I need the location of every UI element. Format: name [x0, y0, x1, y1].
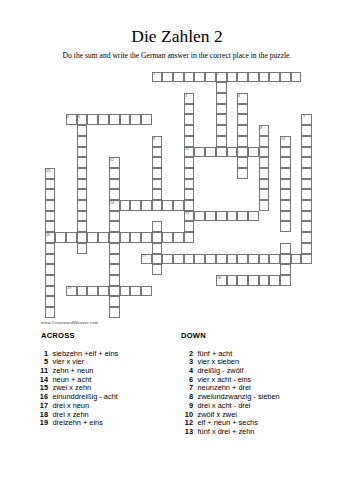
- grid-cell[interactable]: [259, 254, 270, 265]
- grid-cell[interactable]: [269, 275, 280, 286]
- clue-text: neunzehn + drei: [198, 383, 251, 392]
- grid-cell[interactable]: [280, 243, 291, 254]
- grid-cell[interactable]: [248, 72, 259, 83]
- grid-cell[interactable]: [301, 157, 312, 168]
- clue-text: zwölf x zwei: [198, 410, 237, 419]
- clue-text: zweiundzwanzig - sieben: [198, 392, 280, 401]
- grid-cell[interactable]: [227, 147, 238, 158]
- grid-clue-number: 3: [185, 94, 187, 98]
- grid-cell[interactable]: [227, 72, 238, 83]
- clue-text: drei x zehn: [53, 410, 89, 419]
- grid-cell[interactable]: [152, 168, 163, 179]
- grid-cell[interactable]: [109, 264, 120, 275]
- grid-cell[interactable]: [45, 254, 56, 265]
- grid-cell[interactable]: [259, 136, 270, 147]
- grid-cell[interactable]: [184, 179, 195, 190]
- grid-cell[interactable]: [280, 200, 291, 211]
- grid-cell[interactable]: [152, 264, 163, 275]
- grid-cell[interactable]: [301, 189, 312, 200]
- grid-cell[interactable]: [109, 168, 120, 179]
- clue-text: dreizehn + eins: [53, 418, 103, 427]
- grid-cell[interactable]: [184, 104, 195, 115]
- grid-cell[interactable]: [301, 254, 312, 265]
- grid-clue-number: 2: [217, 72, 219, 76]
- grid-cell[interactable]: [216, 104, 227, 115]
- grid-cell[interactable]: [109, 179, 120, 190]
- grid-cell[interactable]: [152, 200, 163, 211]
- grid-cell[interactable]: [130, 200, 141, 211]
- grid-cell[interactable]: [184, 114, 195, 125]
- grid-cell[interactable]: [109, 189, 120, 200]
- grid-cell[interactable]: [227, 254, 238, 265]
- grid-cell[interactable]: [109, 286, 120, 297]
- grid-clue-number: 16: [46, 233, 50, 237]
- grid-cell[interactable]: [109, 221, 120, 232]
- grid-cell[interactable]: [205, 147, 216, 158]
- grid-cell[interactable]: [280, 157, 291, 168]
- grid-clue-number: 19: [67, 286, 71, 290]
- grid-cell[interactable]: [248, 254, 259, 265]
- grid-cell[interactable]: [109, 211, 120, 222]
- grid-cell[interactable]: [120, 232, 131, 243]
- grid-cell[interactable]: [216, 125, 227, 136]
- clue-text: neun + acht: [53, 375, 92, 384]
- clue-text: vier x acht - eins: [198, 375, 252, 384]
- grid-cell[interactable]: [109, 307, 120, 318]
- grid-cell[interactable]: [152, 232, 163, 243]
- grid-cell[interactable]: [205, 254, 216, 265]
- grid-cell[interactable]: [162, 72, 173, 83]
- grid-cell[interactable]: [259, 189, 270, 200]
- grid-cell[interactable]: [227, 275, 238, 286]
- grid-cell[interactable]: [216, 82, 227, 93]
- grid-cell[interactable]: [152, 254, 163, 265]
- grid-cell[interactable]: [291, 254, 302, 265]
- grid-clue-number: 9: [153, 137, 155, 141]
- grid-cell[interactable]: [162, 200, 173, 211]
- down-clue-list: 2fünf + acht3vier x sieben4dreißig - zwö…: [176, 350, 280, 437]
- grid-cell[interactable]: [45, 264, 56, 275]
- grid-cell[interactable]: [237, 125, 248, 136]
- grid-cell[interactable]: [280, 254, 291, 265]
- grid-cell[interactable]: [184, 254, 195, 265]
- grid-cell[interactable]: [45, 221, 56, 232]
- grid-cell[interactable]: [45, 200, 56, 211]
- grid-cell[interactable]: [184, 136, 195, 147]
- grid-cell[interactable]: [301, 168, 312, 179]
- grid-cell[interactable]: [248, 275, 259, 286]
- grid-cell[interactable]: [77, 221, 88, 232]
- grid-cell[interactable]: [259, 168, 270, 179]
- grid-cell[interactable]: [173, 232, 184, 243]
- page-subtitle: Do the sum and write the German answer i…: [0, 51, 354, 60]
- grid-cell[interactable]: [237, 157, 248, 168]
- grid-cell[interactable]: [301, 147, 312, 158]
- grid-cell[interactable]: [77, 243, 88, 254]
- grid-clue-number: 12: [110, 158, 114, 162]
- clue-text: elf + neun + sechs: [198, 418, 258, 427]
- grid-cell[interactable]: [237, 72, 248, 83]
- grid-cell[interactable]: [227, 211, 238, 222]
- grid-cell[interactable]: [184, 157, 195, 168]
- grid-cell[interactable]: [280, 179, 291, 190]
- grid-cell[interactable]: [259, 200, 270, 211]
- grid-cell[interactable]: [98, 232, 109, 243]
- grid-cell[interactable]: [45, 243, 56, 254]
- grid-cell[interactable]: [301, 243, 312, 254]
- grid-cell[interactable]: [184, 200, 195, 211]
- grid-cell[interactable]: [109, 296, 120, 307]
- grid-cell[interactable]: [77, 136, 88, 147]
- grid-cell[interactable]: [77, 211, 88, 222]
- grid-cell[interactable]: [280, 189, 291, 200]
- grid-cell[interactable]: [45, 179, 56, 190]
- grid-cell[interactable]: [87, 114, 98, 125]
- grid-cell[interactable]: [269, 72, 280, 83]
- clue-text: fünf x drei + zehn: [198, 427, 255, 436]
- clue-text: dreißig - zwölf: [198, 366, 244, 375]
- grid-cell[interactable]: [109, 254, 120, 265]
- grid-cell[interactable]: [152, 147, 163, 158]
- grid-cell[interactable]: [45, 286, 56, 297]
- grid-clue-number: 7: [303, 115, 305, 119]
- grid-cell[interactable]: [130, 114, 141, 125]
- grid-cell[interactable]: [77, 168, 88, 179]
- grid-cell[interactable]: [280, 168, 291, 179]
- grid-cell[interactable]: [98, 114, 109, 125]
- grid-cell[interactable]: [120, 286, 131, 297]
- grid-cell[interactable]: [205, 211, 216, 222]
- grid-clue-number: 11: [185, 147, 189, 151]
- grid-cell[interactable]: [216, 93, 227, 104]
- grid-cell[interactable]: [152, 221, 163, 232]
- clue-text: zehn + neun: [53, 366, 94, 375]
- grid-cell[interactable]: [77, 232, 88, 243]
- grid-cell[interactable]: [109, 232, 120, 243]
- grid-cell[interactable]: [77, 286, 88, 297]
- grid-cell[interactable]: [66, 232, 77, 243]
- grid-cell[interactable]: [259, 147, 270, 158]
- grid-cell[interactable]: [216, 114, 227, 125]
- grid-cell[interactable]: [184, 221, 195, 232]
- grid-cell[interactable]: [109, 114, 120, 125]
- across-header: ACROSS: [41, 331, 75, 340]
- grid-cell[interactable]: [152, 189, 163, 200]
- grid-clue-number: 10: [281, 137, 285, 141]
- grid-cell[interactable]: [77, 189, 88, 200]
- grid-cell[interactable]: [152, 243, 163, 254]
- grid-cell[interactable]: [301, 232, 312, 243]
- grid-cell[interactable]: [87, 286, 98, 297]
- grid-clue-number: 6: [78, 115, 80, 119]
- grid-cell[interactable]: [130, 286, 141, 297]
- grid-cell[interactable]: [120, 200, 131, 211]
- grid-cell[interactable]: [259, 157, 270, 168]
- grid-cell[interactable]: [194, 254, 205, 265]
- grid-cell[interactable]: [301, 221, 312, 232]
- grid-cell[interactable]: [77, 179, 88, 190]
- grid-cell[interactable]: [259, 179, 270, 190]
- grid-cell[interactable]: [45, 275, 56, 286]
- grid-cell[interactable]: [237, 104, 248, 115]
- clue-text: drei x neun: [53, 401, 90, 410]
- grid-cell[interactable]: [216, 136, 227, 147]
- grid-cell[interactable]: [280, 211, 291, 222]
- clue-item: 19dreizehn + eins: [31, 419, 118, 428]
- clue-text: vier x vier: [53, 357, 85, 366]
- grid-cell[interactable]: [269, 254, 280, 265]
- grid-cell[interactable]: [162, 254, 173, 265]
- grid-cell[interactable]: [237, 114, 248, 125]
- grid-cell[interactable]: [45, 189, 56, 200]
- clue-number: 13: [176, 428, 193, 437]
- grid-cell[interactable]: [130, 232, 141, 243]
- grid-cell[interactable]: [173, 254, 184, 265]
- grid-cell[interactable]: [184, 189, 195, 200]
- grid-cell[interactable]: [205, 72, 216, 83]
- grid-cell[interactable]: [280, 72, 291, 83]
- grid-cell[interactable]: [141, 200, 152, 211]
- clue-item: 13fünf x drei + zehn: [176, 428, 280, 437]
- grid-cell[interactable]: [301, 200, 312, 211]
- grid-clue-number: 17: [142, 254, 146, 258]
- across-clue-list: 1siebzehn +elf + eins5vier x vier11zehn …: [31, 350, 118, 428]
- grid-cell[interactable]: [77, 200, 88, 211]
- grid-cell[interactable]: [109, 243, 120, 254]
- crossword-grid: 12345678910111213141516171819: [45, 72, 313, 318]
- grid-cell[interactable]: [280, 275, 291, 286]
- grid-cell[interactable]: [301, 136, 312, 147]
- grid-cell[interactable]: [301, 211, 312, 222]
- grid-cell[interactable]: [280, 221, 291, 232]
- grid-cell[interactable]: [237, 254, 248, 265]
- grid-cell[interactable]: [194, 211, 205, 222]
- grid-cell[interactable]: [216, 147, 227, 158]
- grid-cell[interactable]: [173, 72, 184, 83]
- clue-text: drei x acht - drei: [198, 401, 251, 410]
- clue-text: siebzehn +elf + eins: [53, 349, 119, 358]
- footer-url: www.CrosswordWeaver.com: [41, 320, 98, 325]
- clue-text: fünf + acht: [198, 349, 233, 358]
- grid-cell[interactable]: [184, 232, 195, 243]
- grid-cell[interactable]: [162, 232, 173, 243]
- grid-cell[interactable]: [248, 211, 259, 222]
- grid-cell[interactable]: [280, 264, 291, 275]
- grid-cell[interactable]: [173, 200, 184, 211]
- grid-clue-number: 18: [217, 276, 221, 280]
- grid-cell[interactable]: [301, 125, 312, 136]
- grid-cell[interactable]: [152, 157, 163, 168]
- grid-cell[interactable]: [77, 125, 88, 136]
- grid-cell[interactable]: [109, 275, 120, 286]
- grid-cell[interactable]: [237, 136, 248, 147]
- grid-cell[interactable]: [291, 72, 302, 83]
- grid-cell[interactable]: [194, 147, 205, 158]
- grid-cell[interactable]: [45, 307, 56, 318]
- grid-cell[interactable]: [216, 254, 227, 265]
- grid-cell[interactable]: [259, 275, 270, 286]
- grid-cell[interactable]: [194, 72, 205, 83]
- grid-cell[interactable]: [55, 232, 66, 243]
- clue-text: einunddreißig - acht: [53, 392, 118, 401]
- grid-cell[interactable]: [301, 179, 312, 190]
- grid-clue-number: 5: [67, 115, 69, 119]
- grid-cell[interactable]: [120, 114, 131, 125]
- grid-cell[interactable]: [184, 168, 195, 179]
- grid-cell[interactable]: [237, 147, 248, 158]
- grid-cell[interactable]: [98, 286, 109, 297]
- grid-cell[interactable]: [259, 72, 270, 83]
- grid-cell[interactable]: [141, 286, 152, 297]
- clue-text: vier x sieben: [198, 357, 240, 366]
- grid-cell[interactable]: [141, 114, 152, 125]
- grid-cell[interactable]: [248, 147, 259, 158]
- grid-clue-number: 13: [46, 169, 50, 173]
- grid-cell[interactable]: [77, 157, 88, 168]
- grid-clue-number: 8: [260, 126, 262, 130]
- grid-cell[interactable]: [280, 147, 291, 158]
- grid-cell[interactable]: [237, 168, 248, 179]
- grid-cell[interactable]: [45, 296, 56, 307]
- grid-cell[interactable]: [184, 72, 195, 83]
- clue-text: zwei x zehn: [53, 383, 92, 392]
- grid-cell[interactable]: [237, 211, 248, 222]
- grid-cell[interactable]: [77, 147, 88, 158]
- grid-cell[interactable]: [216, 211, 227, 222]
- grid-cell[interactable]: [87, 232, 98, 243]
- grid-cell[interactable]: [141, 232, 152, 243]
- grid-cell[interactable]: [45, 211, 56, 222]
- clue-number: 19: [31, 419, 48, 428]
- grid-clue-number: 14: [110, 201, 114, 205]
- grid-clue-number: 1: [153, 72, 155, 76]
- grid-clue-number: 15: [185, 211, 189, 215]
- page-title: Die Zahlen 2: [0, 28, 354, 46]
- grid-cell[interactable]: [152, 179, 163, 190]
- grid-cell[interactable]: [184, 125, 195, 136]
- down-header: DOWN: [181, 331, 206, 340]
- grid-cell[interactable]: [237, 275, 248, 286]
